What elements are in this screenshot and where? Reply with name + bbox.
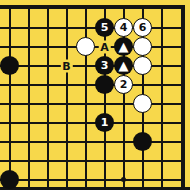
grid-line-vertical [161,5,163,191]
stone-black-K16 [0,56,19,75]
stone-black-R12 [133,132,152,151]
stone-black-K10 [0,170,19,189]
point-label-A: A [98,40,111,53]
grid-line-horizontal [0,160,185,162]
move-number: 1 [101,117,109,128]
stone-white-R18: 6 [133,18,152,37]
board-right-edge [181,5,185,191]
triangle-mark-icon: ▲ [119,40,129,53]
grid-line-vertical [47,5,49,191]
grid-line-vertical [66,5,68,191]
grid-line-vertical [85,5,87,191]
grid-line-horizontal [0,122,185,124]
stone-black-P15 [95,75,114,94]
move-number: 2 [120,79,128,90]
stone-black-P16: 3 [95,56,114,75]
board-top-edge [0,5,185,9]
stone-black-Q16: ▲ [114,56,133,75]
move-number: 3 [101,60,109,71]
go-board: AB5314▲▲26 [0,0,190,190]
triangle-mark-icon: ▲ [119,59,129,72]
grid-line-vertical [28,5,30,191]
stone-white-O17 [76,37,95,56]
grid-line-horizontal [0,103,185,105]
grid-line-horizontal [0,65,185,67]
stone-black-Q17: ▲ [114,37,133,56]
stone-white-R16 [133,56,152,75]
stone-white-R17 [133,37,152,56]
point-label-B: B [60,59,72,72]
move-number: 4 [120,22,128,33]
grid-line-horizontal [0,141,185,143]
stone-white-Q15: 2 [114,75,133,94]
move-number: 6 [139,22,147,33]
stone-white-R14 [133,94,152,113]
bottom-border [0,187,190,190]
grid-line-horizontal [0,179,185,181]
grid-line-vertical [9,5,11,191]
stone-black-P18: 5 [95,18,114,37]
star-point [121,177,126,182]
grid-line-horizontal [0,27,185,29]
stone-white-Q18: 4 [114,18,133,37]
move-number: 5 [101,22,109,33]
stone-black-P13: 1 [95,113,114,132]
grid-line-horizontal [0,84,185,86]
